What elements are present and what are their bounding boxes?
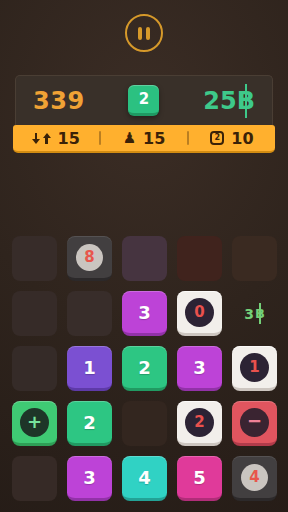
- empty-cell: [12, 456, 57, 501]
- bonus-coins-text: 3B: [232, 291, 277, 336]
- coin-balance: 25B: [203, 87, 255, 115]
- dot-circle: 0: [185, 298, 214, 327]
- tile-number: 3: [193, 357, 206, 378]
- stone-value: 4: [249, 470, 259, 485]
- powerup-tile2[interactable]: 2 10: [189, 129, 275, 148]
- dot-badge-tile-1[interactable]: 1: [232, 346, 277, 391]
- coin-amount: 25: [203, 87, 236, 115]
- empty-cell: [12, 346, 57, 391]
- swap-arrows-icon: [32, 133, 51, 144]
- empty-cell: [232, 236, 277, 281]
- number-tile-4[interactable]: 4: [122, 456, 167, 501]
- bonus-coin-amount: 3: [244, 306, 254, 322]
- powerup-swap[interactable]: 15: [13, 129, 99, 148]
- pause-icon: [146, 27, 150, 40]
- pause-button[interactable]: [125, 14, 163, 52]
- powerup-pawn[interactable]: ♟ 15: [101, 129, 187, 148]
- number-tile-2[interactable]: 2: [67, 401, 112, 446]
- number-tile-3[interactable]: 3: [67, 456, 112, 501]
- stone-badge-tile-8[interactable]: 8: [67, 236, 112, 281]
- plus-tile-+[interactable]: +: [12, 401, 57, 446]
- plus-value: +: [27, 413, 42, 431]
- pawn-icon: ♟: [123, 131, 136, 146]
- plus-circle: +: [20, 408, 49, 437]
- tile-number: 2: [138, 357, 151, 378]
- minus-circle: −: [240, 408, 269, 437]
- minus-tile-−[interactable]: −: [232, 401, 277, 446]
- empty-cell: [122, 401, 167, 446]
- dot-value: 2: [194, 415, 204, 430]
- tile-number: 5: [193, 467, 206, 488]
- dot-circle: 2: [185, 408, 214, 437]
- game-grid: 8303B1231+22−3454: [12, 236, 277, 501]
- tile-number: 3: [138, 302, 151, 323]
- tile-number: 2: [83, 412, 96, 433]
- number-tile-3[interactable]: 3: [122, 291, 167, 336]
- tile-2-icon: 2: [210, 131, 224, 145]
- hud: 339 2 25B 15 ♟ 15: [13, 75, 275, 153]
- next-tile-value: 2: [139, 90, 149, 108]
- stone-value: 8: [84, 250, 94, 265]
- empty-cell: [12, 291, 57, 336]
- dot-value: 0: [194, 305, 204, 320]
- minus-value: −: [247, 412, 262, 430]
- pause-icon: [138, 27, 142, 40]
- number-tile-2[interactable]: 2: [122, 346, 167, 391]
- powerup-tile2-count: 10: [231, 129, 253, 148]
- stone-circle: 8: [76, 244, 103, 271]
- stone-circle: 4: [241, 464, 268, 491]
- tile-number: 1: [83, 357, 96, 378]
- dot-value: 1: [249, 360, 259, 375]
- tile-2-icon-value: 2: [215, 134, 221, 142]
- dot-badge-tile-2[interactable]: 2: [177, 401, 222, 446]
- empty-cell: [177, 236, 222, 281]
- empty-cell: [67, 291, 112, 336]
- score-value: 339: [33, 87, 85, 115]
- powerup-bar: 15 ♟ 15 2 10: [13, 125, 275, 153]
- tile-number: 4: [138, 467, 151, 488]
- dot-circle: 1: [240, 353, 269, 382]
- tile-number: 3: [83, 467, 96, 488]
- powerup-swap-count: 15: [58, 129, 80, 148]
- empty-cell: [12, 236, 57, 281]
- powerup-pawn-count: 15: [143, 129, 165, 148]
- dot-badge-tile-0[interactable]: 0: [177, 291, 222, 336]
- stone-badge-tile-4[interactable]: 4: [232, 456, 277, 501]
- score-panel: 339 2 25B: [15, 75, 273, 125]
- number-tile-5[interactable]: 5: [177, 456, 222, 501]
- empty-cell: [122, 236, 167, 281]
- game-screen: 339 2 25B 15 ♟ 15: [0, 0, 288, 512]
- baht-icon: B: [237, 87, 255, 115]
- baht-icon: B: [255, 306, 265, 321]
- number-tile-3[interactable]: 3: [177, 346, 222, 391]
- next-tile-preview: 2: [128, 85, 159, 116]
- number-tile-1[interactable]: 1: [67, 346, 112, 391]
